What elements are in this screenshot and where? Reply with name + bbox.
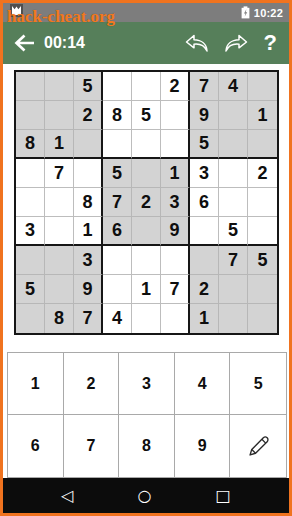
sudoku-cell-r7c8[interactable]: 7	[219, 246, 248, 275]
sudoku-cell-r7c7[interactable]	[190, 246, 219, 275]
numpad-key-2[interactable]: 2	[64, 353, 120, 415]
sudoku-cell-r6c5[interactable]	[132, 217, 161, 246]
sudoku-cell-r5c4[interactable]: 7	[103, 188, 132, 217]
sudoku-cell-r1c4[interactable]	[103, 72, 132, 101]
sudoku-cell-r1c2[interactable]	[45, 72, 74, 101]
sudoku-cell-r9c9[interactable]	[248, 304, 277, 333]
sudoku-cell-r2c7[interactable]: 9	[190, 101, 219, 130]
sudoku-cell-r4c8[interactable]	[219, 159, 248, 188]
sudoku-cell-r6c2[interactable]	[45, 217, 74, 246]
redo-button[interactable]	[224, 34, 249, 53]
sudoku-cell-r3c1[interactable]: 8	[16, 130, 45, 159]
sudoku-cell-r6c9[interactable]	[248, 217, 277, 246]
sudoku-cell-r7c9[interactable]: 5	[248, 246, 277, 275]
sudoku-cell-r5c5[interactable]: 2	[132, 188, 161, 217]
sudoku-cell-r3c3[interactable]	[74, 130, 103, 159]
nav-back-icon[interactable]: ◁	[61, 488, 73, 504]
sudoku-cell-r7c2[interactable]	[45, 246, 74, 275]
numpad-key-7[interactable]: 7	[64, 415, 120, 477]
sudoku-cell-r9c4[interactable]: 4	[103, 304, 132, 333]
sudoku-cell-r5c3[interactable]: 8	[74, 188, 103, 217]
help-button[interactable]: ?	[264, 32, 279, 54]
status-clock: 10:22	[254, 7, 283, 19]
numpad-key-9[interactable]: 9	[175, 415, 231, 477]
sudoku-cell-r3c8[interactable]	[219, 130, 248, 159]
sudoku-cell-r6c6[interactable]: 9	[161, 217, 190, 246]
sudoku-cell-r4c5[interactable]	[132, 159, 161, 188]
number-pad: 1 2 3 4 5 6 7 8 9	[7, 352, 287, 478]
sudoku-cell-r8c4[interactable]	[103, 275, 132, 304]
sudoku-cell-r5c7[interactable]: 6	[190, 188, 219, 217]
sudoku-cell-r8c1[interactable]: 5	[16, 275, 45, 304]
sudoku-cell-r2c3[interactable]: 2	[74, 101, 103, 130]
numpad-key-4[interactable]: 4	[175, 353, 231, 415]
arrow-left-icon	[13, 33, 35, 53]
numpad-key-1[interactable]: 1	[8, 353, 64, 415]
android-nav-bar: ◁ ○ □	[3, 478, 289, 513]
sudoku-cell-r8c9[interactable]	[248, 275, 277, 304]
sudoku-cell-r1c9[interactable]	[248, 72, 277, 101]
sudoku-cell-r8c3[interactable]: 9	[74, 275, 103, 304]
sudoku-cell-r4c4[interactable]: 5	[103, 159, 132, 188]
redo-arrow-icon	[224, 34, 249, 53]
sudoku-cell-r1c1[interactable]	[16, 72, 45, 101]
sudoku-cell-r6c8[interactable]: 5	[219, 217, 248, 246]
sudoku-cell-r9c6[interactable]	[161, 304, 190, 333]
sudoku-cell-r4c2[interactable]: 7	[45, 159, 74, 188]
sudoku-cell-r2c2[interactable]	[45, 101, 74, 130]
nav-recents-icon[interactable]: □	[216, 488, 231, 504]
sudoku-cell-r3c7[interactable]: 5	[190, 130, 219, 159]
sudoku-cell-r5c9[interactable]	[248, 188, 277, 217]
numpad-key-3[interactable]: 3	[119, 353, 175, 415]
sudoku-cell-r6c3[interactable]: 1	[74, 217, 103, 246]
sudoku-cell-r7c6[interactable]	[161, 246, 190, 275]
battery-charging-icon	[241, 6, 250, 19]
sudoku-cell-r8c5[interactable]: 1	[132, 275, 161, 304]
numpad-key-5[interactable]: 5	[230, 353, 286, 415]
sudoku-cell-r6c4[interactable]: 6	[103, 217, 132, 246]
sudoku-cell-r9c1[interactable]	[16, 304, 45, 333]
numpad-pencil-button[interactable]	[230, 415, 286, 477]
numpad-key-6[interactable]: 6	[8, 415, 64, 477]
sudoku-cell-r5c8[interactable]	[219, 188, 248, 217]
sudoku-cell-r2c6[interactable]	[161, 101, 190, 130]
sudoku-cell-r9c5[interactable]	[132, 304, 161, 333]
sudoku-cell-r7c1[interactable]	[16, 246, 45, 275]
sudoku-cell-r5c6[interactable]: 3	[161, 188, 190, 217]
sudoku-cell-r9c8[interactable]	[219, 304, 248, 333]
sudoku-cell-r4c1[interactable]	[16, 159, 45, 188]
sudoku-cell-r7c3[interactable]: 3	[74, 246, 103, 275]
numpad-key-8[interactable]: 8	[119, 415, 175, 477]
back-button[interactable]	[13, 33, 35, 53]
sudoku-cell-r3c9[interactable]	[248, 130, 277, 159]
sudoku-cell-r4c9[interactable]: 2	[248, 159, 277, 188]
game-timer: 00:14	[44, 34, 85, 52]
sudoku-cell-r8c2[interactable]	[45, 275, 74, 304]
sudoku-cell-r1c6[interactable]: 2	[161, 72, 190, 101]
toolbar: 00:14 ?	[3, 22, 289, 64]
sudoku-cell-r4c3[interactable]	[74, 159, 103, 188]
undo-button[interactable]	[184, 34, 209, 53]
sudoku-cell-r4c7[interactable]: 3	[190, 159, 219, 188]
sudoku-cell-r3c2[interactable]: 1	[45, 130, 74, 159]
sudoku-cell-r9c3[interactable]: 7	[74, 304, 103, 333]
nav-home-icon[interactable]: ○	[138, 488, 152, 504]
sudoku-cell-r2c5[interactable]: 5	[132, 101, 161, 130]
sudoku-cell-r7c4[interactable]	[103, 246, 132, 275]
sudoku-cell-r3c6[interactable]	[161, 130, 190, 159]
sudoku-cell-r9c7[interactable]: 1	[190, 304, 219, 333]
undo-arrow-icon	[184, 34, 209, 53]
sudoku-cell-r6c1[interactable]: 3	[16, 217, 45, 246]
sudoku-cell-r1c8[interactable]: 4	[219, 72, 248, 101]
sudoku-cell-r4c6[interactable]: 1	[161, 159, 190, 188]
sudoku-cell-r2c1[interactable]	[16, 101, 45, 130]
sudoku-cell-r2c8[interactable]	[219, 101, 248, 130]
sudoku-board: 527428591815751328723631695375591728741	[14, 70, 279, 335]
sudoku-cell-r1c3[interactable]: 5	[74, 72, 103, 101]
sudoku-cell-r8c7[interactable]: 2	[190, 275, 219, 304]
sudoku-cell-r3c4[interactable]	[103, 130, 132, 159]
sudoku-cell-r2c9[interactable]: 1	[248, 101, 277, 130]
sudoku-cell-r7c5[interactable]	[132, 246, 161, 275]
sudoku-cell-r6c7[interactable]	[190, 217, 219, 246]
watermark-text: hack-cheat.org	[7, 7, 115, 27]
sudoku-cell-r2c4[interactable]: 8	[103, 101, 132, 130]
sudoku-cell-r3c5[interactable]	[132, 130, 161, 159]
sudoku-cell-r5c1[interactable]	[16, 188, 45, 217]
pencil-icon	[245, 433, 272, 460]
app-screen: hack-cheat.org 10:22 00:14	[0, 0, 292, 516]
sudoku-cell-r8c8[interactable]	[219, 275, 248, 304]
sudoku-cell-r9c2[interactable]: 8	[45, 304, 74, 333]
sudoku-cell-r1c7[interactable]: 7	[190, 72, 219, 101]
sudoku-cell-r1c5[interactable]	[132, 72, 161, 101]
sudoku-cell-r5c2[interactable]	[45, 188, 74, 217]
sudoku-cell-r8c6[interactable]: 7	[161, 275, 190, 304]
